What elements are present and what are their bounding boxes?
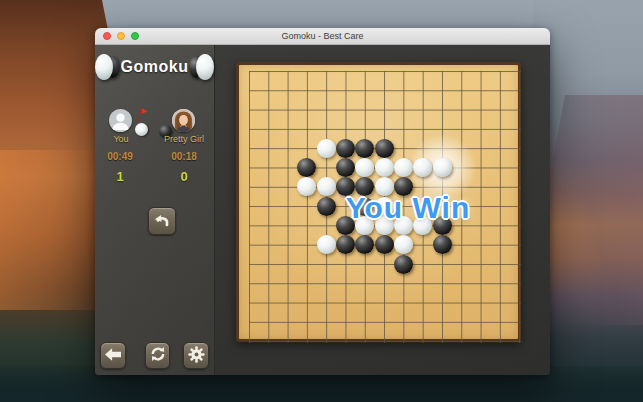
player-you-score: 1 (95, 169, 150, 184)
player-opponent-avatar[interactable] (172, 109, 195, 132)
player-opponent-name: Pretty Girl (154, 134, 214, 144)
black-stone (394, 255, 413, 274)
black-stone (336, 158, 355, 177)
black-stone (433, 235, 452, 254)
bottom-toolbar (95, 342, 214, 369)
player-you-name: You (95, 134, 151, 144)
black-stone (355, 139, 374, 158)
undo-arrow-icon (153, 211, 171, 232)
traffic-lights (103, 28, 139, 44)
white-stone-icon (95, 54, 113, 80)
settings-button[interactable] (183, 342, 209, 369)
title-bar[interactable]: Gomoku - Best Care (95, 28, 550, 45)
black-stone (336, 139, 355, 158)
player-opponent-score: 0 (154, 169, 214, 184)
zoom-button[interactable] (131, 32, 139, 40)
white-stone (394, 158, 413, 177)
white-stone (317, 139, 336, 158)
board-panel: You Win (215, 45, 550, 375)
white-stone (394, 235, 413, 254)
restart-icon (149, 345, 167, 366)
gear-icon (188, 346, 205, 366)
back-arrow-icon (105, 348, 121, 364)
undo-button[interactable] (148, 207, 176, 235)
restart-button[interactable] (145, 342, 171, 369)
white-stone (433, 158, 452, 177)
black-stone (375, 139, 394, 158)
black-stone (317, 197, 336, 216)
player-opponent-timer: 00:18 (154, 151, 214, 162)
white-stone (317, 177, 336, 196)
sidebar: Gomoku (95, 45, 215, 375)
gomoku-board[interactable]: You Win (236, 62, 521, 342)
back-button[interactable] (100, 342, 126, 369)
app-logo-text: Gomoku (121, 58, 189, 76)
window-title: Gomoku - Best Care (95, 31, 550, 41)
result-text: You Win (346, 191, 470, 225)
black-stone (375, 235, 394, 254)
player-you-avatar[interactable] (109, 109, 132, 132)
close-button[interactable] (103, 32, 111, 40)
app-window: Gomoku - Best Care Gomoku (95, 28, 550, 375)
white-stone-icon (196, 54, 214, 80)
player-you-timer: 00:49 (95, 151, 150, 162)
minimize-button[interactable] (117, 32, 125, 40)
white-stone (317, 235, 336, 254)
app-logo: Gomoku (95, 54, 214, 80)
white-stone (375, 158, 394, 177)
